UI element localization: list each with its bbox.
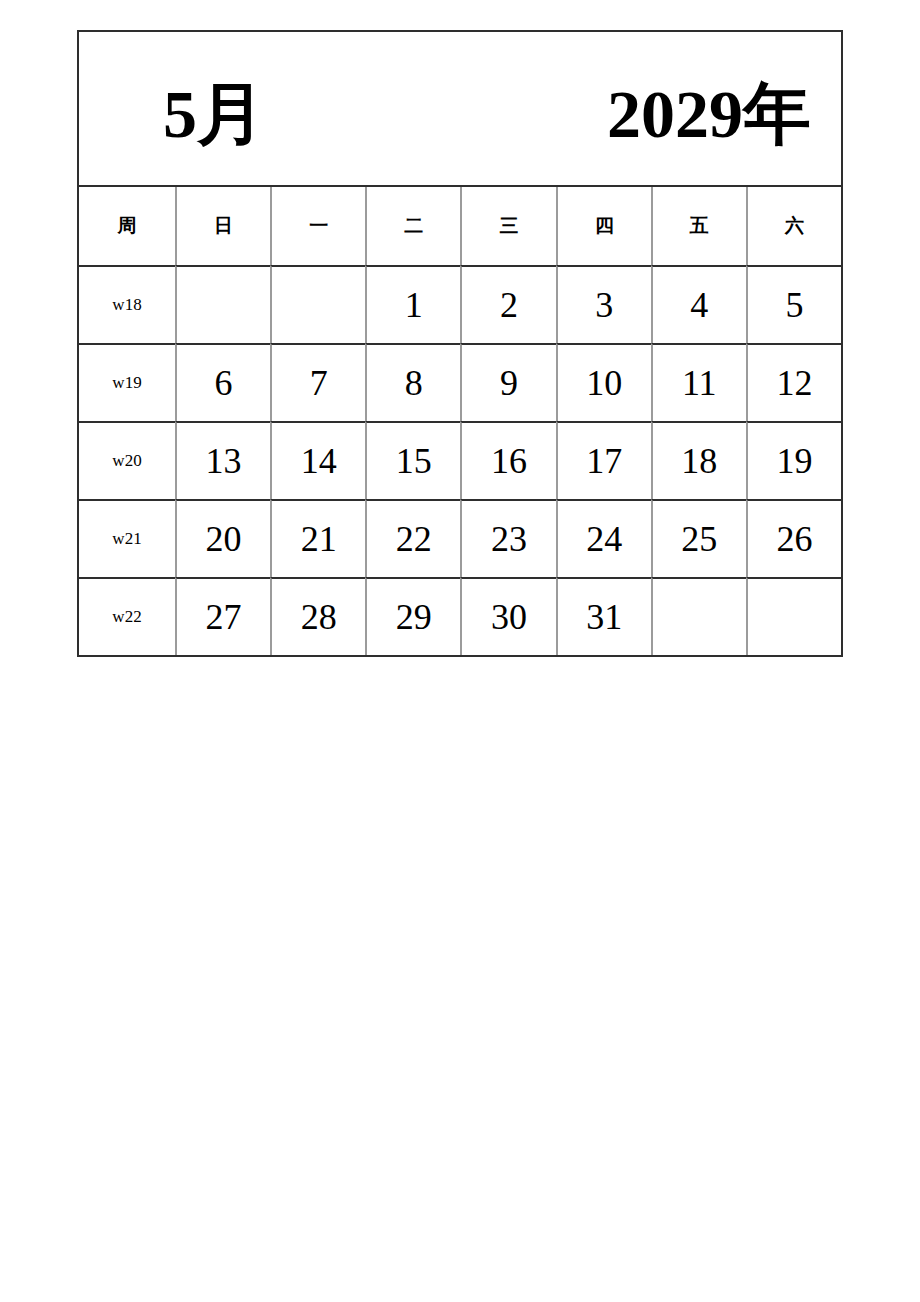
date-cell-14: 14	[270, 421, 365, 499]
calendar-grid: 周 日 一 二 三 四 五 六 w18 1 2 3 4 5 w19 6 7 8 …	[79, 187, 841, 655]
week-label-w21: w21	[79, 499, 175, 577]
date-cell-empty	[270, 265, 365, 343]
date-cell-19: 19	[746, 421, 841, 499]
date-cell-empty	[175, 265, 270, 343]
date-cell-30: 30	[460, 577, 555, 655]
date-cell-12: 12	[746, 343, 841, 421]
header-friday: 五	[651, 187, 746, 265]
date-cell-27: 27	[175, 577, 270, 655]
date-cell-29: 29	[365, 577, 460, 655]
calendar-table: 5月 2029年 周 日 一 二 三 四 五 六 w18 1 2 3 4 5 w…	[77, 30, 843, 657]
date-cell-26: 26	[746, 499, 841, 577]
date-cell-24: 24	[556, 499, 651, 577]
header-tuesday: 二	[365, 187, 460, 265]
date-cell-22: 22	[365, 499, 460, 577]
date-cell-16: 16	[460, 421, 555, 499]
header-wednesday: 三	[460, 187, 555, 265]
date-cell-4: 4	[651, 265, 746, 343]
header-week-column: 周	[79, 187, 175, 265]
date-cell-8: 8	[365, 343, 460, 421]
year-title: 2029年	[607, 80, 811, 148]
date-cell-11: 11	[651, 343, 746, 421]
date-cell-7: 7	[270, 343, 365, 421]
header-monday: 一	[270, 187, 365, 265]
date-cell-empty	[746, 577, 841, 655]
week-label-w18: w18	[79, 265, 175, 343]
calendar-title-row: 5月 2029年	[79, 32, 841, 187]
date-cell-empty	[651, 577, 746, 655]
week-label-w19: w19	[79, 343, 175, 421]
date-cell-18: 18	[651, 421, 746, 499]
date-cell-31: 31	[556, 577, 651, 655]
date-cell-10: 10	[556, 343, 651, 421]
date-cell-6: 6	[175, 343, 270, 421]
date-cell-13: 13	[175, 421, 270, 499]
week-label-w20: w20	[79, 421, 175, 499]
calendar-page: 5月 2029年 周 日 一 二 三 四 五 六 w18 1 2 3 4 5 w…	[0, 0, 920, 1302]
date-cell-20: 20	[175, 499, 270, 577]
header-sunday: 日	[175, 187, 270, 265]
date-cell-17: 17	[556, 421, 651, 499]
week-label-w22: w22	[79, 577, 175, 655]
date-cell-9: 9	[460, 343, 555, 421]
date-cell-3: 3	[556, 265, 651, 343]
date-cell-28: 28	[270, 577, 365, 655]
date-cell-21: 21	[270, 499, 365, 577]
date-cell-5: 5	[746, 265, 841, 343]
header-saturday: 六	[746, 187, 841, 265]
header-thursday: 四	[556, 187, 651, 265]
month-title: 5月	[163, 80, 265, 148]
date-cell-15: 15	[365, 421, 460, 499]
date-cell-23: 23	[460, 499, 555, 577]
date-cell-2: 2	[460, 265, 555, 343]
date-cell-1: 1	[365, 265, 460, 343]
date-cell-25: 25	[651, 499, 746, 577]
